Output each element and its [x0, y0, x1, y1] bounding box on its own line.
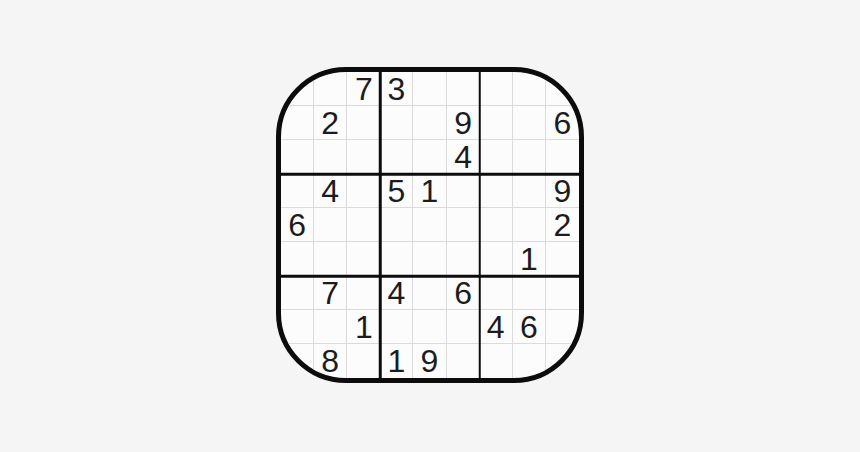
- cell-r3c9[interactable]: [546, 140, 579, 174]
- cell-r7c8[interactable]: [513, 276, 546, 310]
- cell-r4c3[interactable]: [347, 174, 380, 208]
- cell-r6c4[interactable]: [380, 242, 413, 276]
- cell-r1c6[interactable]: [447, 72, 480, 106]
- cell-r9c8[interactable]: [513, 344, 546, 378]
- cell-r7c7[interactable]: [480, 276, 513, 310]
- cell-r5c1[interactable]: 6: [281, 208, 314, 242]
- cell-r1c5[interactable]: [413, 72, 446, 106]
- cell-r8c6[interactable]: [447, 310, 480, 344]
- cell-r2c7[interactable]: [480, 106, 513, 140]
- cell-r3c1[interactable]: [281, 140, 314, 174]
- cell-r4c4[interactable]: 5: [380, 174, 413, 208]
- cell-r5c7[interactable]: [480, 208, 513, 242]
- cell-r9c6[interactable]: [447, 344, 480, 378]
- cell-r8c7[interactable]: 4: [480, 310, 513, 344]
- cell-r2c5[interactable]: [413, 106, 446, 140]
- cell-r5c9[interactable]: 2: [546, 208, 579, 242]
- cell-r5c5[interactable]: [413, 208, 446, 242]
- cell-r7c1[interactable]: [281, 276, 314, 310]
- cell-r6c3[interactable]: [347, 242, 380, 276]
- cell-r6c9[interactable]: [546, 242, 579, 276]
- sudoku-grid: 7329644519621746146819: [281, 72, 579, 378]
- cell-r6c5[interactable]: [413, 242, 446, 276]
- cell-r8c8[interactable]: 6: [513, 310, 546, 344]
- cell-r7c5[interactable]: [413, 276, 446, 310]
- cell-r7c2[interactable]: 7: [314, 276, 347, 310]
- cell-r8c4[interactable]: [380, 310, 413, 344]
- cell-r7c6[interactable]: 6: [447, 276, 480, 310]
- cell-r3c8[interactable]: [513, 140, 546, 174]
- block-divider-horizontal-1: [281, 173, 579, 176]
- cell-r9c9[interactable]: [546, 344, 579, 378]
- cell-r1c9[interactable]: [546, 72, 579, 106]
- cell-r1c8[interactable]: [513, 72, 546, 106]
- cell-r5c2[interactable]: [314, 208, 347, 242]
- cell-r9c4[interactable]: 1: [380, 344, 413, 378]
- page-background: 7329644519621746146819: [0, 0, 860, 452]
- cell-r1c2[interactable]: [314, 72, 347, 106]
- cell-r4c7[interactable]: [480, 174, 513, 208]
- cell-r7c3[interactable]: [347, 276, 380, 310]
- cell-r9c1[interactable]: [281, 344, 314, 378]
- cell-r4c9[interactable]: 9: [546, 174, 579, 208]
- cell-r3c7[interactable]: [480, 140, 513, 174]
- cell-r2c1[interactable]: [281, 106, 314, 140]
- cell-r3c6[interactable]: 4: [447, 140, 480, 174]
- cell-r5c4[interactable]: [380, 208, 413, 242]
- cell-r7c9[interactable]: [546, 276, 579, 310]
- cell-r4c2[interactable]: 4: [314, 174, 347, 208]
- sudoku-board: 7329644519621746146819: [276, 67, 584, 383]
- cell-r9c5[interactable]: 9: [413, 344, 446, 378]
- cell-r8c5[interactable]: [413, 310, 446, 344]
- cell-r2c3[interactable]: [347, 106, 380, 140]
- block-divider-vertical-1: [379, 72, 382, 378]
- cell-r1c7[interactable]: [480, 72, 513, 106]
- cell-r4c1[interactable]: [281, 174, 314, 208]
- cell-r6c1[interactable]: [281, 242, 314, 276]
- cell-r5c6[interactable]: [447, 208, 480, 242]
- cell-r9c2[interactable]: 8: [314, 344, 347, 378]
- cell-r3c2[interactable]: [314, 140, 347, 174]
- cell-r4c6[interactable]: [447, 174, 480, 208]
- cell-r3c4[interactable]: [380, 140, 413, 174]
- cell-r3c5[interactable]: [413, 140, 446, 174]
- cell-r7c4[interactable]: 4: [380, 276, 413, 310]
- cell-r8c1[interactable]: [281, 310, 314, 344]
- cell-r4c8[interactable]: [513, 174, 546, 208]
- cell-r3c3[interactable]: [347, 140, 380, 174]
- cell-r2c6[interactable]: 9: [447, 106, 480, 140]
- block-divider-vertical-2: [478, 72, 481, 378]
- cell-r6c8[interactable]: 1: [513, 242, 546, 276]
- cell-r2c2[interactable]: 2: [314, 106, 347, 140]
- cell-r2c8[interactable]: [513, 106, 546, 140]
- cell-r6c6[interactable]: [447, 242, 480, 276]
- cell-r2c4[interactable]: [380, 106, 413, 140]
- cell-r6c2[interactable]: [314, 242, 347, 276]
- cell-r8c3[interactable]: 1: [347, 310, 380, 344]
- cell-r6c7[interactable]: [480, 242, 513, 276]
- cell-r8c2[interactable]: [314, 310, 347, 344]
- cell-r1c4[interactable]: 3: [380, 72, 413, 106]
- cell-r5c3[interactable]: [347, 208, 380, 242]
- cell-r8c9[interactable]: [546, 310, 579, 344]
- block-divider-horizontal-2: [281, 275, 579, 278]
- cell-r1c3[interactable]: 7: [347, 72, 380, 106]
- cell-r9c7[interactable]: [480, 344, 513, 378]
- cell-r9c3[interactable]: [347, 344, 380, 378]
- cell-r1c1[interactable]: [281, 72, 314, 106]
- cell-r5c8[interactable]: [513, 208, 546, 242]
- cell-r2c9[interactable]: 6: [546, 106, 579, 140]
- cell-r4c5[interactable]: 1: [413, 174, 446, 208]
